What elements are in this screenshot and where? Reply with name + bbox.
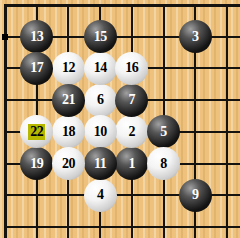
- stone-1-black: 1: [115, 147, 148, 180]
- stone-11-black: 11: [84, 147, 117, 180]
- stone-13-black: 13: [20, 20, 53, 53]
- stone-move-number: 9: [192, 188, 199, 202]
- grid-line-horizontal: [4, 4, 240, 7]
- go-board[interactable]: 12345678910111213141516171819202122: [0, 0, 240, 238]
- stone-22-white: 22: [20, 115, 53, 148]
- stone-move-number: 5: [160, 125, 167, 139]
- stone-move-number: 1: [129, 157, 136, 171]
- stone-19-black: 19: [20, 147, 53, 180]
- stone-move-number: 17: [30, 61, 43, 75]
- stone-move-number: 22: [28, 124, 45, 140]
- stone-move-number: 4: [97, 188, 104, 202]
- stone-9-black: 9: [179, 179, 212, 212]
- stone-move-number: 11: [94, 157, 106, 171]
- stone-move-number: 2: [129, 125, 136, 139]
- stone-move-number: 6: [97, 93, 104, 107]
- stone-17-black: 17: [20, 52, 53, 85]
- stone-move-number: 19: [30, 157, 43, 171]
- stone-4-white: 4: [84, 179, 117, 212]
- stone-12-white: 12: [52, 52, 85, 85]
- stone-move-number: 12: [62, 61, 75, 75]
- stone-move-number: 16: [125, 61, 138, 75]
- stone-move-number: 3: [192, 30, 199, 44]
- stone-21-black: 21: [52, 84, 85, 117]
- stone-5-black: 5: [147, 115, 180, 148]
- stone-10-white: 10: [84, 115, 117, 148]
- stone-20-white: 20: [52, 147, 85, 180]
- stone-18-white: 18: [52, 115, 85, 148]
- stone-8-white: 8: [147, 147, 180, 180]
- stone-move-number: 7: [129, 93, 136, 107]
- stone-14-white: 14: [84, 52, 117, 85]
- stone-3-black: 3: [179, 20, 212, 53]
- stone-move-number: 18: [62, 125, 75, 139]
- stone-move-number: 10: [94, 125, 107, 139]
- grid-line-horizontal: [4, 226, 240, 228]
- stone-move-number: 20: [62, 157, 75, 171]
- stone-move-number: 21: [62, 93, 75, 107]
- stone-2-white: 2: [115, 115, 148, 148]
- stone-15-black: 15: [84, 20, 117, 53]
- go-diagram-screenshot: 12345678910111213141516171819202122: [0, 0, 240, 238]
- stone-move-number: 13: [30, 30, 43, 44]
- edge-dot-marker: [2, 34, 8, 40]
- grid-line-vertical: [226, 4, 228, 238]
- stone-7-black: 7: [115, 84, 148, 117]
- stone-6-white: 6: [84, 84, 117, 117]
- stone-move-number: 15: [94, 30, 107, 44]
- stone-move-number: 14: [94, 61, 107, 75]
- stone-16-white: 16: [115, 52, 148, 85]
- stone-move-number: 8: [160, 157, 167, 171]
